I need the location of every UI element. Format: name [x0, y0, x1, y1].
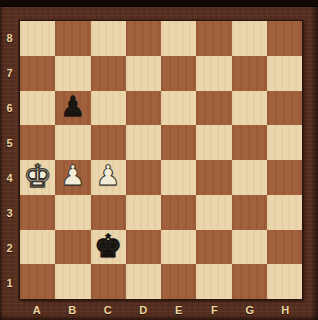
square-e3[interactable]	[161, 195, 196, 230]
square-f1[interactable]	[196, 264, 231, 299]
square-h6[interactable]	[267, 91, 302, 126]
square-e6[interactable]	[161, 91, 196, 126]
square-a3[interactable]	[20, 195, 55, 230]
square-d1[interactable]	[126, 264, 161, 299]
square-h8[interactable]	[267, 21, 302, 56]
square-c5[interactable]	[91, 125, 126, 160]
rank-label-6: 6	[0, 90, 19, 125]
square-f6[interactable]	[196, 91, 231, 126]
square-a4[interactable]: ♚	[20, 160, 55, 195]
rank-label-3: 3	[0, 195, 19, 230]
square-f2[interactable]	[196, 230, 231, 265]
square-g2[interactable]	[232, 230, 267, 265]
square-d4[interactable]	[126, 160, 161, 195]
rank-label-8: 8	[0, 20, 19, 55]
square-g8[interactable]	[232, 21, 267, 56]
square-c7[interactable]	[91, 56, 126, 91]
square-b3[interactable]	[55, 195, 90, 230]
file-label-a: A	[19, 300, 55, 320]
square-d2[interactable]	[126, 230, 161, 265]
file-labels: ABCDEFGH	[19, 300, 303, 320]
square-e7[interactable]	[161, 56, 196, 91]
rank-label-1: 1	[0, 265, 19, 300]
square-h5[interactable]	[267, 125, 302, 160]
square-f3[interactable]	[196, 195, 231, 230]
rank-label-7: 7	[0, 55, 19, 90]
square-e8[interactable]	[161, 21, 196, 56]
square-f4[interactable]	[196, 160, 231, 195]
square-h3[interactable]	[267, 195, 302, 230]
square-h1[interactable]	[267, 264, 302, 299]
square-b8[interactable]	[55, 21, 90, 56]
square-g5[interactable]	[232, 125, 267, 160]
square-b5[interactable]	[55, 125, 90, 160]
rank-label-5: 5	[0, 125, 19, 160]
file-label-e: E	[161, 300, 197, 320]
square-c4[interactable]: ♟	[91, 160, 126, 195]
file-label-b: B	[55, 300, 91, 320]
square-h4[interactable]	[267, 160, 302, 195]
piece-black-king[interactable]: ♚	[94, 230, 123, 262]
square-a7[interactable]	[20, 56, 55, 91]
square-d7[interactable]	[126, 56, 161, 91]
top-edge-strip	[0, 0, 318, 7]
piece-black-pawn[interactable]: ♟	[60, 93, 85, 121]
file-label-h: H	[268, 300, 304, 320]
piece-white-king[interactable]: ♚	[23, 160, 52, 192]
square-d6[interactable]	[126, 91, 161, 126]
square-b7[interactable]	[55, 56, 90, 91]
square-c2[interactable]: ♚	[91, 230, 126, 265]
square-b1[interactable]	[55, 264, 90, 299]
square-c3[interactable]	[91, 195, 126, 230]
square-a5[interactable]	[20, 125, 55, 160]
rank-labels: 87654321	[0, 20, 19, 300]
square-c8[interactable]	[91, 21, 126, 56]
square-c1[interactable]	[91, 264, 126, 299]
rank-label-4: 4	[0, 160, 19, 195]
square-g3[interactable]	[232, 195, 267, 230]
square-e4[interactable]	[161, 160, 196, 195]
square-e2[interactable]	[161, 230, 196, 265]
square-h2[interactable]	[267, 230, 302, 265]
square-d8[interactable]	[126, 21, 161, 56]
square-d3[interactable]	[126, 195, 161, 230]
file-label-g: G	[232, 300, 268, 320]
file-label-d: D	[126, 300, 162, 320]
square-e5[interactable]	[161, 125, 196, 160]
square-c6[interactable]	[91, 91, 126, 126]
square-g1[interactable]	[232, 264, 267, 299]
file-label-f: F	[197, 300, 233, 320]
chess-board: ♟♚♟♟♚	[19, 20, 303, 300]
square-a2[interactable]	[20, 230, 55, 265]
chessboard-screenshot: ♟♚♟♟♚ 87654321 ABCDEFGH	[0, 0, 318, 320]
square-g6[interactable]	[232, 91, 267, 126]
rank-label-2: 2	[0, 230, 19, 265]
square-b6[interactable]: ♟	[55, 91, 90, 126]
square-a6[interactable]	[20, 91, 55, 126]
square-e1[interactable]	[161, 264, 196, 299]
square-a8[interactable]	[20, 21, 55, 56]
square-d5[interactable]	[126, 125, 161, 160]
square-h7[interactable]	[267, 56, 302, 91]
square-g4[interactable]	[232, 160, 267, 195]
square-b4[interactable]: ♟	[55, 160, 90, 195]
piece-white-pawn[interactable]: ♟	[60, 162, 85, 190]
square-f8[interactable]	[196, 21, 231, 56]
square-b2[interactable]	[55, 230, 90, 265]
piece-white-pawn[interactable]: ♟	[96, 162, 121, 190]
file-label-c: C	[90, 300, 126, 320]
square-g7[interactable]	[232, 56, 267, 91]
square-f7[interactable]	[196, 56, 231, 91]
square-f5[interactable]	[196, 125, 231, 160]
square-a1[interactable]	[20, 264, 55, 299]
